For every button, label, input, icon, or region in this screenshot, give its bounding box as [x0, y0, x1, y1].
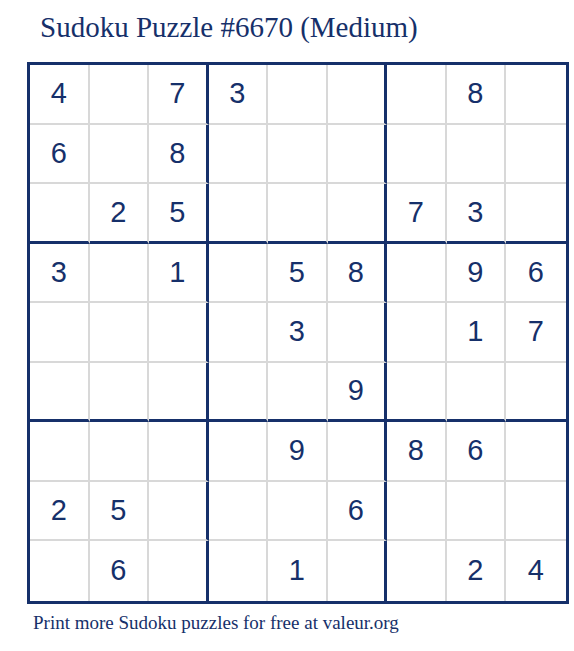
cell-r3c6[interactable] — [328, 184, 388, 244]
cell-r9c6[interactable] — [328, 541, 388, 601]
cell-r5c7[interactable] — [387, 303, 447, 363]
cell-r6c8[interactable] — [447, 363, 507, 423]
cell-r5c6[interactable] — [328, 303, 388, 363]
cell-r4c4[interactable] — [209, 244, 269, 304]
cell-r9c3[interactable] — [149, 541, 209, 601]
cell-r8c6[interactable]: 6 — [328, 482, 388, 542]
cell-r4c1[interactable]: 3 — [30, 244, 90, 304]
cell-r5c1[interactable] — [30, 303, 90, 363]
cell-r3c2[interactable]: 2 — [90, 184, 150, 244]
cell-r1c9[interactable] — [506, 65, 566, 125]
cell-r3c5[interactable] — [268, 184, 328, 244]
cell-r7c2[interactable] — [90, 422, 150, 482]
cell-r5c2[interactable] — [90, 303, 150, 363]
cell-r9c2[interactable]: 6 — [90, 541, 150, 601]
cell-r4c3[interactable]: 1 — [149, 244, 209, 304]
cell-r5c4[interactable] — [209, 303, 269, 363]
cell-r4c7[interactable] — [387, 244, 447, 304]
sudoku-board: 473868257331589631799862566124 — [27, 62, 569, 604]
cell-r4c2[interactable] — [90, 244, 150, 304]
cell-r8c7[interactable] — [387, 482, 447, 542]
cell-r4c8[interactable]: 9 — [447, 244, 507, 304]
cell-r6c3[interactable] — [149, 363, 209, 423]
cell-r6c6[interactable]: 9 — [328, 363, 388, 423]
cell-r5c8[interactable]: 1 — [447, 303, 507, 363]
cell-r8c9[interactable] — [506, 482, 566, 542]
cell-r7c8[interactable]: 6 — [447, 422, 507, 482]
cell-r6c1[interactable] — [30, 363, 90, 423]
cell-r8c2[interactable]: 5 — [90, 482, 150, 542]
cell-r8c3[interactable] — [149, 482, 209, 542]
cell-r8c4[interactable] — [209, 482, 269, 542]
cell-r1c6[interactable] — [328, 65, 388, 125]
cell-r2c7[interactable] — [387, 125, 447, 185]
cell-r3c7[interactable]: 7 — [387, 184, 447, 244]
cell-r5c3[interactable] — [149, 303, 209, 363]
cell-r8c5[interactable] — [268, 482, 328, 542]
cell-r3c8[interactable]: 3 — [447, 184, 507, 244]
cell-r2c3[interactable]: 8 — [149, 125, 209, 185]
cell-r1c1[interactable]: 4 — [30, 65, 90, 125]
cell-r1c4[interactable]: 3 — [209, 65, 269, 125]
cell-r9c5[interactable]: 1 — [268, 541, 328, 601]
cell-r2c4[interactable] — [209, 125, 269, 185]
cell-r8c8[interactable] — [447, 482, 507, 542]
cell-r7c7[interactable]: 8 — [387, 422, 447, 482]
cell-r9c1[interactable] — [30, 541, 90, 601]
cell-r2c8[interactable] — [447, 125, 507, 185]
cell-r7c6[interactable] — [328, 422, 388, 482]
cell-r5c5[interactable]: 3 — [268, 303, 328, 363]
cell-r7c9[interactable] — [506, 422, 566, 482]
cell-r2c6[interactable] — [328, 125, 388, 185]
cell-r1c5[interactable] — [268, 65, 328, 125]
page-title: Sudoku Puzzle #6670 (Medium) — [40, 12, 418, 44]
cell-r1c7[interactable] — [387, 65, 447, 125]
cell-r3c3[interactable]: 5 — [149, 184, 209, 244]
cell-r4c6[interactable]: 8 — [328, 244, 388, 304]
cell-r9c8[interactable]: 2 — [447, 541, 507, 601]
cell-r2c2[interactable] — [90, 125, 150, 185]
cell-r2c5[interactable] — [268, 125, 328, 185]
cell-r6c4[interactable] — [209, 363, 269, 423]
cell-r9c7[interactable] — [387, 541, 447, 601]
cell-r6c7[interactable] — [387, 363, 447, 423]
cell-r3c4[interactable] — [209, 184, 269, 244]
cell-r4c9[interactable]: 6 — [506, 244, 566, 304]
cell-r9c9[interactable]: 4 — [506, 541, 566, 601]
cell-r6c5[interactable] — [268, 363, 328, 423]
cell-r8c1[interactable]: 2 — [30, 482, 90, 542]
cell-r1c3[interactable]: 7 — [149, 65, 209, 125]
cell-r7c5[interactable]: 9 — [268, 422, 328, 482]
cell-r7c4[interactable] — [209, 422, 269, 482]
cell-r3c9[interactable] — [506, 184, 566, 244]
cell-r9c4[interactable] — [209, 541, 269, 601]
cell-r2c9[interactable] — [506, 125, 566, 185]
cell-r5c9[interactable]: 7 — [506, 303, 566, 363]
cell-r3c1[interactable] — [30, 184, 90, 244]
cell-r7c1[interactable] — [30, 422, 90, 482]
cell-r1c2[interactable] — [90, 65, 150, 125]
cell-r6c2[interactable] — [90, 363, 150, 423]
footer-text: Print more Sudoku puzzles for free at va… — [33, 612, 399, 634]
cell-r6c9[interactable] — [506, 363, 566, 423]
cell-r1c8[interactable]: 8 — [447, 65, 507, 125]
cell-r7c3[interactable] — [149, 422, 209, 482]
cell-r2c1[interactable]: 6 — [30, 125, 90, 185]
cell-r4c5[interactable]: 5 — [268, 244, 328, 304]
